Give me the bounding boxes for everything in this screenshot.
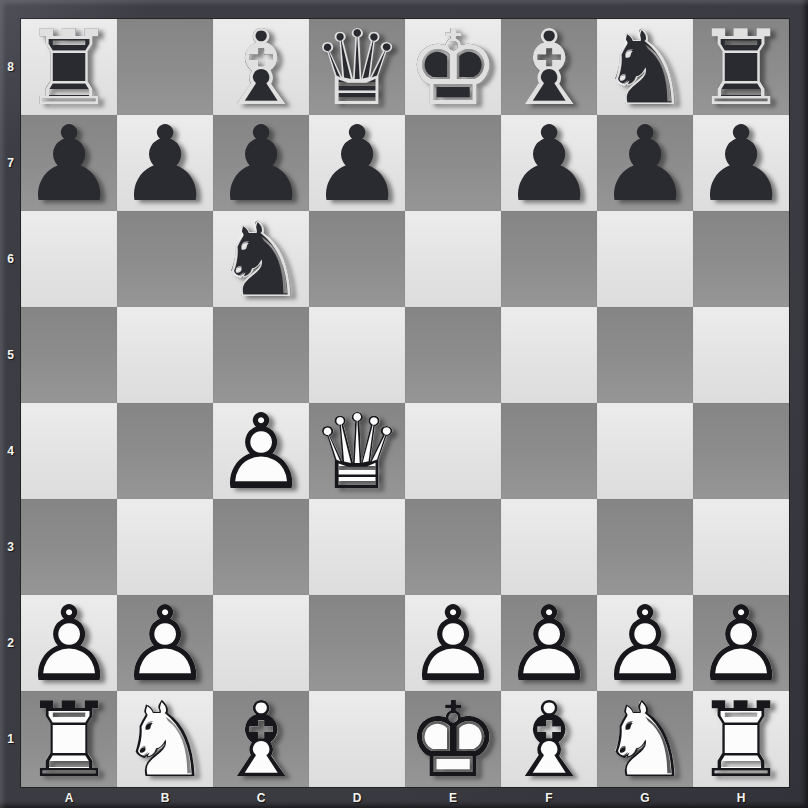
white-pawn[interactable]: ♟♙ bbox=[213, 403, 309, 499]
white-rook[interactable]: ♜♖ bbox=[693, 691, 789, 787]
white-pawn[interactable]: ♟♙ bbox=[21, 595, 117, 691]
black-rook-detail-glyph: ♖ bbox=[693, 19, 789, 115]
white-bishop-detail-glyph: ♗ bbox=[501, 691, 597, 787]
square-b5[interactable] bbox=[117, 307, 213, 403]
rank-label-7: 7 bbox=[0, 115, 21, 211]
square-h5[interactable] bbox=[693, 307, 789, 403]
black-pawn[interactable]: ♟ bbox=[501, 115, 597, 211]
square-a1[interactable]: ♜♖ bbox=[21, 691, 117, 787]
square-h7[interactable]: ♟ bbox=[693, 115, 789, 211]
square-f1[interactable]: ♝♗ bbox=[501, 691, 597, 787]
black-queen[interactable]: ♛♕ bbox=[309, 19, 405, 115]
chess-board: ♜♖♝♗♛♕♚♔♝♗♞♘♜♖♟♟♟♟♟♟♟♞♘♟♙♛♕♟♙♟♙♟♙♟♙♟♙♟♙♜… bbox=[21, 19, 789, 787]
square-c6[interactable]: ♞♘ bbox=[213, 211, 309, 307]
white-pawn-detail-glyph: ♙ bbox=[405, 595, 501, 691]
white-knight-detail-glyph: ♘ bbox=[597, 691, 693, 787]
square-h8[interactable]: ♜♖ bbox=[693, 19, 789, 115]
black-pawn-glyph: ♟ bbox=[693, 115, 789, 211]
square-d8[interactable]: ♛♕ bbox=[309, 19, 405, 115]
white-pawn-detail-glyph: ♙ bbox=[213, 403, 309, 499]
square-b1[interactable]: ♞♘ bbox=[117, 691, 213, 787]
white-knight[interactable]: ♞♘ bbox=[117, 691, 213, 787]
square-c5[interactable] bbox=[213, 307, 309, 403]
square-a4[interactable] bbox=[21, 403, 117, 499]
square-h4[interactable] bbox=[693, 403, 789, 499]
black-pawn[interactable]: ♟ bbox=[597, 115, 693, 211]
rank-label-4: 4 bbox=[0, 403, 21, 499]
white-king-detail-glyph: ♔ bbox=[405, 691, 501, 787]
square-f4[interactable] bbox=[501, 403, 597, 499]
black-pawn-glyph: ♟ bbox=[501, 115, 597, 211]
white-rook-detail-glyph: ♖ bbox=[693, 691, 789, 787]
white-pawn[interactable]: ♟♙ bbox=[693, 595, 789, 691]
square-f2[interactable]: ♟♙ bbox=[501, 595, 597, 691]
square-a6[interactable] bbox=[21, 211, 117, 307]
square-f3[interactable] bbox=[501, 499, 597, 595]
square-e8[interactable]: ♚♔ bbox=[405, 19, 501, 115]
square-c8[interactable]: ♝♗ bbox=[213, 19, 309, 115]
white-knight[interactable]: ♞♘ bbox=[597, 691, 693, 787]
black-rook[interactable]: ♜♖ bbox=[21, 19, 117, 115]
square-g2[interactable]: ♟♙ bbox=[597, 595, 693, 691]
square-a8[interactable]: ♜♖ bbox=[21, 19, 117, 115]
black-pawn[interactable]: ♟ bbox=[213, 115, 309, 211]
square-d4[interactable]: ♛♕ bbox=[309, 403, 405, 499]
square-e6[interactable] bbox=[405, 211, 501, 307]
square-b7[interactable]: ♟ bbox=[117, 115, 213, 211]
square-f7[interactable]: ♟ bbox=[501, 115, 597, 211]
black-pawn-glyph: ♟ bbox=[309, 115, 405, 211]
square-b4[interactable] bbox=[117, 403, 213, 499]
black-queen-detail-glyph: ♕ bbox=[309, 19, 405, 115]
square-c2[interactable] bbox=[213, 595, 309, 691]
white-bishop[interactable]: ♝♗ bbox=[501, 691, 597, 787]
black-rook[interactable]: ♜♖ bbox=[693, 19, 789, 115]
white-pawn-detail-glyph: ♙ bbox=[501, 595, 597, 691]
square-g7[interactable]: ♟ bbox=[597, 115, 693, 211]
black-pawn-glyph: ♟ bbox=[597, 115, 693, 211]
white-knight-detail-glyph: ♘ bbox=[117, 691, 213, 787]
square-d6[interactable] bbox=[309, 211, 405, 307]
white-pawn-detail-glyph: ♙ bbox=[693, 595, 789, 691]
square-c7[interactable]: ♟ bbox=[213, 115, 309, 211]
square-d2[interactable] bbox=[309, 595, 405, 691]
rank-label-1: 1 bbox=[0, 691, 21, 787]
black-pawn[interactable]: ♟ bbox=[309, 115, 405, 211]
square-b8[interactable] bbox=[117, 19, 213, 115]
black-knight[interactable]: ♞♘ bbox=[213, 211, 309, 307]
white-rook-detail-glyph: ♖ bbox=[21, 691, 117, 787]
black-bishop[interactable]: ♝♗ bbox=[213, 19, 309, 115]
black-bishop-detail-glyph: ♗ bbox=[213, 19, 309, 115]
chessboard-frame: 87654321 ABCDEFGH ♜♖♝♗♛♕♚♔♝♗♞♘♜♖♟♟♟♟♟♟♟♞… bbox=[0, 0, 808, 808]
white-pawn[interactable]: ♟♙ bbox=[117, 595, 213, 691]
square-g8[interactable]: ♞♘ bbox=[597, 19, 693, 115]
square-d5[interactable] bbox=[309, 307, 405, 403]
black-bishop-detail-glyph: ♗ bbox=[501, 19, 597, 115]
square-a3[interactable] bbox=[21, 499, 117, 595]
black-king[interactable]: ♚♔ bbox=[405, 19, 501, 115]
square-b6[interactable] bbox=[117, 211, 213, 307]
rank-labels: 87654321 bbox=[0, 19, 21, 787]
white-pawn-detail-glyph: ♙ bbox=[21, 595, 117, 691]
black-pawn-glyph: ♟ bbox=[21, 115, 117, 211]
black-pawn-glyph: ♟ bbox=[117, 115, 213, 211]
square-g5[interactable] bbox=[597, 307, 693, 403]
square-a7[interactable]: ♟ bbox=[21, 115, 117, 211]
white-bishop[interactable]: ♝♗ bbox=[213, 691, 309, 787]
square-g6[interactable] bbox=[597, 211, 693, 307]
rank-label-5: 5 bbox=[0, 307, 21, 403]
white-pawn-detail-glyph: ♙ bbox=[117, 595, 213, 691]
black-rook-detail-glyph: ♖ bbox=[21, 19, 117, 115]
square-d1[interactable] bbox=[309, 691, 405, 787]
white-queen-detail-glyph: ♕ bbox=[309, 403, 405, 499]
black-pawn[interactable]: ♟ bbox=[693, 115, 789, 211]
white-bishop-detail-glyph: ♗ bbox=[213, 691, 309, 787]
square-h2[interactable]: ♟♙ bbox=[693, 595, 789, 691]
square-c3[interactable] bbox=[213, 499, 309, 595]
black-pawn[interactable]: ♟ bbox=[117, 115, 213, 211]
square-d3[interactable] bbox=[309, 499, 405, 595]
square-h1[interactable]: ♜♖ bbox=[693, 691, 789, 787]
square-a2[interactable]: ♟♙ bbox=[21, 595, 117, 691]
square-e1[interactable]: ♚♔ bbox=[405, 691, 501, 787]
black-knight-detail-glyph: ♘ bbox=[597, 19, 693, 115]
white-pawn[interactable]: ♟♙ bbox=[597, 595, 693, 691]
square-d7[interactable]: ♟ bbox=[309, 115, 405, 211]
black-pawn-glyph: ♟ bbox=[213, 115, 309, 211]
white-pawn[interactable]: ♟♙ bbox=[405, 595, 501, 691]
rank-label-8: 8 bbox=[0, 19, 21, 115]
rank-label-2: 2 bbox=[0, 595, 21, 691]
square-c4[interactable]: ♟♙ bbox=[213, 403, 309, 499]
square-g1[interactable]: ♞♘ bbox=[597, 691, 693, 787]
square-f5[interactable] bbox=[501, 307, 597, 403]
square-b3[interactable] bbox=[117, 499, 213, 595]
square-g4[interactable] bbox=[597, 403, 693, 499]
square-f8[interactable]: ♝♗ bbox=[501, 19, 597, 115]
rank-label-3: 3 bbox=[0, 499, 21, 595]
rank-label-6: 6 bbox=[0, 211, 21, 307]
black-knight-detail-glyph: ♘ bbox=[213, 211, 309, 307]
square-e4[interactable] bbox=[405, 403, 501, 499]
white-pawn[interactable]: ♟♙ bbox=[501, 595, 597, 691]
square-c1[interactable]: ♝♗ bbox=[213, 691, 309, 787]
square-e5[interactable] bbox=[405, 307, 501, 403]
square-e3[interactable] bbox=[405, 499, 501, 595]
square-a5[interactable] bbox=[21, 307, 117, 403]
square-h6[interactable] bbox=[693, 211, 789, 307]
black-bishop[interactable]: ♝♗ bbox=[501, 19, 597, 115]
square-g3[interactable] bbox=[597, 499, 693, 595]
square-b2[interactable]: ♟♙ bbox=[117, 595, 213, 691]
white-pawn-detail-glyph: ♙ bbox=[597, 595, 693, 691]
file-label-d: D bbox=[309, 787, 405, 808]
black-king-detail-glyph: ♔ bbox=[405, 19, 501, 115]
square-e7[interactable] bbox=[405, 115, 501, 211]
square-f6[interactable] bbox=[501, 211, 597, 307]
square-h3[interactable] bbox=[693, 499, 789, 595]
black-knight[interactable]: ♞♘ bbox=[597, 19, 693, 115]
white-queen[interactable]: ♛♕ bbox=[309, 403, 405, 499]
black-pawn[interactable]: ♟ bbox=[21, 115, 117, 211]
white-king[interactable]: ♚♔ bbox=[405, 691, 501, 787]
white-rook[interactable]: ♜♖ bbox=[21, 691, 117, 787]
square-e2[interactable]: ♟♙ bbox=[405, 595, 501, 691]
